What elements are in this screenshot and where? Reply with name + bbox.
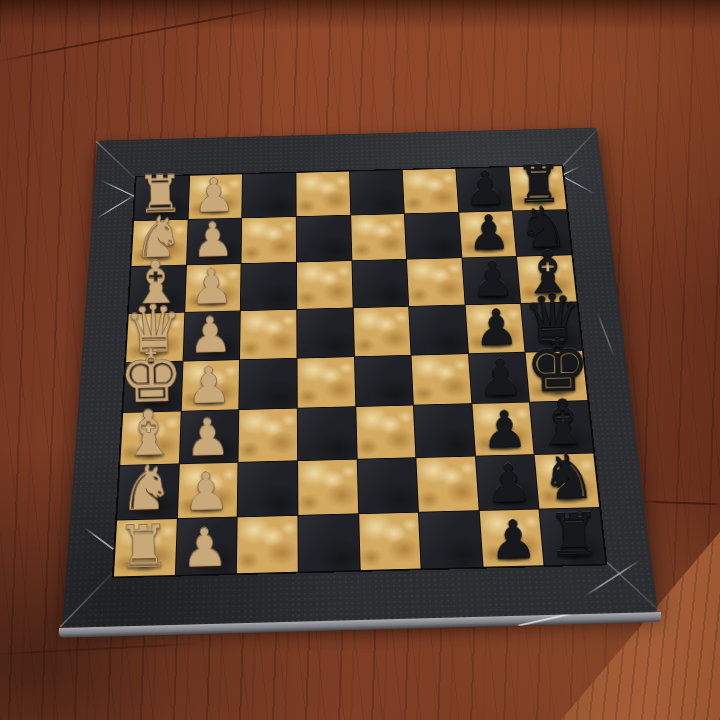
marble-vein	[583, 560, 640, 598]
square-c6[interactable]	[407, 258, 464, 306]
square-g2[interactable]: ♟	[178, 463, 238, 518]
square-f7[interactable]: ♟	[472, 403, 534, 456]
square-e6[interactable]	[412, 354, 472, 405]
square-g3[interactable]	[238, 461, 297, 516]
board-grid: ♜♟♟♜♞♟♟♞♝♟♟♝♛♟♟♛♚♟♟♚♝♟♟♝♞♟♟♞♜♟♟♜	[113, 165, 607, 577]
border-miter-seam	[95, 141, 136, 179]
scene: { "game": "chess", "position": "rnbqkbnr…	[0, 0, 720, 720]
square-f4[interactable]	[298, 407, 357, 460]
square-b4[interactable]	[297, 215, 351, 261]
square-h5[interactable]	[359, 513, 421, 570]
piece-white-pawn[interactable]: ♟	[186, 361, 232, 410]
piece-black-rook[interactable]: ♜	[547, 507, 601, 564]
piece-white-pawn[interactable]: ♟	[190, 264, 235, 311]
piece-black-pawn[interactable]: ♟	[470, 256, 515, 303]
piece-white-knight[interactable]: ♞	[118, 459, 175, 519]
square-b3[interactable]	[242, 217, 296, 263]
square-a3[interactable]	[242, 173, 295, 218]
wood-seam	[642, 501, 720, 506]
piece-white-pawn[interactable]: ♟	[188, 312, 233, 360]
square-e2[interactable]: ♟	[181, 360, 239, 411]
piece-black-pawn[interactable]: ♟	[484, 459, 532, 510]
square-a4[interactable]	[296, 171, 350, 216]
square-e7[interactable]: ♟	[469, 352, 530, 403]
square-g5[interactable]	[357, 458, 418, 513]
square-g6[interactable]	[416, 457, 478, 512]
square-g4[interactable]	[298, 460, 358, 515]
square-c2[interactable]: ♟	[185, 264, 241, 312]
square-h3[interactable]	[237, 516, 298, 573]
square-c3[interactable]	[241, 262, 296, 310]
square-c5[interactable]	[352, 259, 408, 307]
chess-board[interactable]: ♜♟♟♜♞♟♟♞♝♟♟♝♛♟♟♛♚♟♟♚♝♟♟♝♞♟♟♞♜♟♟♜	[62, 128, 658, 628]
piece-black-pawn[interactable]: ♟	[473, 304, 518, 352]
marble-vein	[518, 612, 580, 626]
piece-black-knight[interactable]: ♞	[540, 448, 597, 508]
square-e5[interactable]	[354, 355, 413, 406]
square-e4[interactable]	[297, 357, 355, 408]
piece-black-pawn[interactable]: ♟	[488, 514, 537, 566]
square-b6[interactable]	[405, 213, 461, 259]
square-c7[interactable]: ♟	[462, 257, 520, 305]
square-d7[interactable]: ♟	[465, 304, 524, 353]
border-miter-seam	[603, 559, 660, 612]
square-f2[interactable]: ♟	[179, 410, 238, 463]
square-e3[interactable]	[240, 358, 297, 409]
piece-white-rook[interactable]: ♜	[116, 518, 170, 575]
piece-black-pawn[interactable]: ♟	[481, 405, 528, 455]
square-f3[interactable]	[239, 409, 297, 462]
piece-white-pawn[interactable]: ♟	[183, 467, 231, 518]
square-b5[interactable]	[351, 214, 406, 260]
marble-vein	[596, 312, 615, 357]
piece-black-pawn[interactable]: ♟	[467, 210, 511, 256]
square-c4[interactable]	[297, 261, 352, 309]
wood-seam	[0, 6, 276, 63]
square-h8[interactable]: ♜	[540, 508, 606, 565]
square-g7[interactable]: ♟	[476, 455, 539, 510]
square-d6[interactable]	[409, 305, 467, 354]
border-miter-seam	[59, 572, 114, 628]
piece-white-pawn[interactable]: ♟	[181, 522, 230, 574]
square-f6[interactable]	[414, 404, 475, 457]
marble-vein	[97, 194, 137, 219]
square-h6[interactable]	[419, 511, 482, 568]
piece-white-pawn[interactable]: ♟	[184, 413, 231, 463]
square-a5[interactable]	[350, 170, 404, 215]
square-h4[interactable]	[298, 514, 359, 571]
square-a6[interactable]	[403, 169, 458, 214]
square-h2[interactable]: ♟	[175, 517, 236, 574]
square-f5[interactable]	[356, 406, 416, 459]
square-d3[interactable]	[240, 309, 296, 359]
square-d5[interactable]	[353, 306, 410, 355]
square-h1[interactable]: ♜	[114, 519, 177, 576]
square-h7[interactable]: ♟	[479, 510, 543, 567]
square-d4[interactable]	[297, 308, 353, 358]
square-d2[interactable]: ♟	[183, 311, 240, 361]
border-miter-seam	[560, 128, 599, 168]
piece-black-pawn[interactable]: ♟	[477, 354, 523, 403]
piece-white-pawn[interactable]: ♟	[191, 217, 235, 263]
